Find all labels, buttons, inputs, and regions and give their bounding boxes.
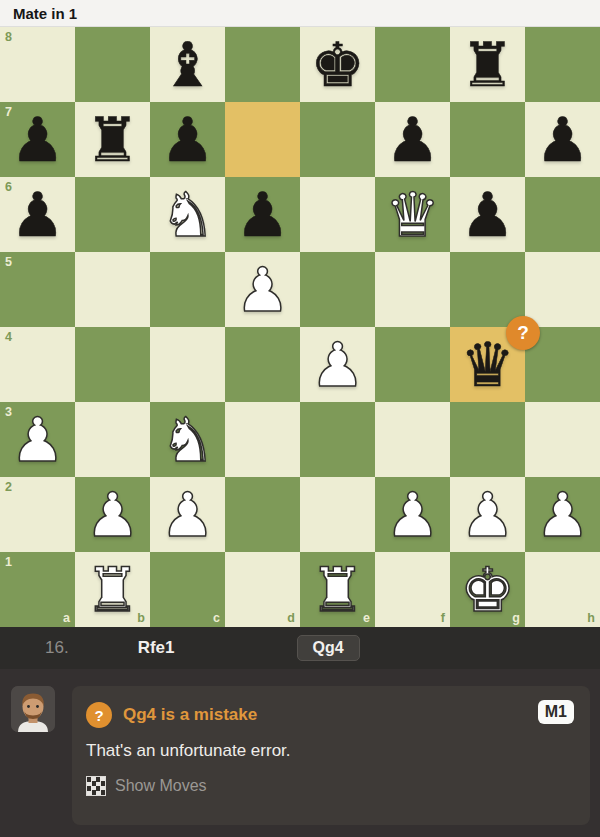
file-label: a [63,611,70,625]
square-e2[interactable] [300,477,375,552]
piece-black-bishop[interactable]: ♝ [150,27,225,102]
piece-white-pawn[interactable]: ♟ [225,252,300,327]
file-label: f [441,611,445,625]
square-e1[interactable]: e♜ [300,552,375,627]
piece-black-pawn[interactable]: ♟ [375,102,450,177]
square-f5[interactable] [375,252,450,327]
piece-black-pawn[interactable]: ♟ [0,102,75,177]
square-e8[interactable]: ♚ [300,27,375,102]
square-h1[interactable]: h [525,552,600,627]
square-a8[interactable]: 8 [0,27,75,102]
piece-white-rook[interactable]: ♜ [300,552,375,627]
square-d2[interactable] [225,477,300,552]
piece-black-rook[interactable]: ♜ [450,27,525,102]
square-b2[interactable]: ♟ [75,477,150,552]
square-f1[interactable]: f [375,552,450,627]
chess-board[interactable]: ? 8♝♚♜7♟♜♟♟♟6♟♞♟♛♟5♟4♟♛3♟♞2♟♟♟♟♟1ab♜cde♜… [0,27,600,627]
square-f8[interactable] [375,27,450,102]
square-g8[interactable]: ♜ [450,27,525,102]
square-b6[interactable] [75,177,150,252]
square-e6[interactable] [300,177,375,252]
square-f6[interactable]: ♛ [375,177,450,252]
show-moves-label: Show Moves [115,777,207,795]
square-h2[interactable]: ♟ [525,477,600,552]
square-a5[interactable]: 5 [0,252,75,327]
square-d8[interactable] [225,27,300,102]
square-e7[interactable] [300,102,375,177]
white-move[interactable]: Rfe1 [138,638,175,658]
square-b4[interactable] [75,327,150,402]
square-h7[interactable]: ♟ [525,102,600,177]
black-move-chip[interactable]: Qg4 [297,635,360,661]
question-icon: ? [86,702,112,728]
square-h3[interactable] [525,402,600,477]
piece-white-pawn[interactable]: ♟ [450,477,525,552]
square-h8[interactable] [525,27,600,102]
comment-text: That's an unfortunate error. [86,741,574,761]
square-h6[interactable] [525,177,600,252]
show-moves-button[interactable]: Show Moves [86,776,574,796]
square-h5[interactable] [525,252,600,327]
square-b5[interactable] [75,252,150,327]
square-d6[interactable]: ♟ [225,177,300,252]
square-g1[interactable]: g♚ [450,552,525,627]
square-d3[interactable] [225,402,300,477]
square-g6[interactable]: ♟ [450,177,525,252]
piece-black-pawn[interactable]: ♟ [525,102,600,177]
square-d7[interactable] [225,102,300,177]
piece-white-pawn[interactable]: ♟ [525,477,600,552]
piece-white-knight[interactable]: ♞ [150,177,225,252]
square-f4[interactable] [375,327,450,402]
piece-white-king[interactable]: ♚ [450,552,525,627]
square-a7[interactable]: 7♟ [0,102,75,177]
checkerboard-icon [86,776,106,796]
square-g5[interactable] [450,252,525,327]
square-g7[interactable] [450,102,525,177]
square-d5[interactable]: ♟ [225,252,300,327]
square-f7[interactable]: ♟ [375,102,450,177]
piece-black-pawn[interactable]: ♟ [450,177,525,252]
piece-white-pawn[interactable]: ♟ [0,402,75,477]
square-b7[interactable]: ♜ [75,102,150,177]
comment-card-header: ? Qg4 is a mistake M1 [86,702,574,728]
square-b1[interactable]: b♜ [75,552,150,627]
square-d4[interactable] [225,327,300,402]
rank-label: 8 [5,30,12,44]
square-c2[interactable]: ♟ [150,477,225,552]
piece-black-king[interactable]: ♚ [300,27,375,102]
rank-label: 2 [5,480,12,494]
question-mark: ? [517,322,529,344]
square-a4[interactable]: 4 [0,327,75,402]
piece-black-rook[interactable]: ♜ [75,102,150,177]
square-c5[interactable] [150,252,225,327]
file-label: c [213,611,220,625]
square-e5[interactable] [300,252,375,327]
piece-white-pawn[interactable]: ♟ [75,477,150,552]
mate-in-badge: M1 [538,700,574,724]
piece-white-rook[interactable]: ♜ [75,552,150,627]
file-label: h [587,611,595,625]
comment-card: ? Qg4 is a mistake M1 That's an unfortun… [72,686,590,825]
coach-avatar-image [11,686,55,732]
square-c8[interactable]: ♝ [150,27,225,102]
square-g2[interactable]: ♟ [450,477,525,552]
file-label: d [287,611,295,625]
square-a1[interactable]: 1a [0,552,75,627]
puzzle-title-bar: Mate in 1 [0,0,600,27]
square-a3[interactable]: 3♟ [0,402,75,477]
square-d1[interactable]: d [225,552,300,627]
square-f3[interactable] [375,402,450,477]
square-a6[interactable]: 6♟ [0,177,75,252]
piece-black-pawn[interactable]: ♟ [225,177,300,252]
square-c3[interactable]: ♞ [150,402,225,477]
square-c4[interactable] [150,327,225,402]
puzzle-title: Mate in 1 [13,5,77,22]
square-e3[interactable] [300,402,375,477]
square-f2[interactable]: ♟ [375,477,450,552]
square-c7[interactable]: ♟ [150,102,225,177]
square-e4[interactable]: ♟ [300,327,375,402]
square-g3[interactable] [450,402,525,477]
rank-label: 1 [5,555,12,569]
piece-white-pawn[interactable]: ♟ [375,477,450,552]
square-a2[interactable]: 2 [0,477,75,552]
rank-label: 5 [5,255,12,269]
piece-black-pawn[interactable]: ♟ [150,102,225,177]
piece-white-pawn[interactable]: ♟ [150,477,225,552]
piece-white-pawn[interactable]: ♟ [300,327,375,402]
square-c6[interactable]: ♞ [150,177,225,252]
piece-black-pawn[interactable]: ♟ [0,177,75,252]
coach-panel: ? Qg4 is a mistake M1 That's an unfortun… [0,669,600,837]
mistake-title: Qg4 is a mistake [123,705,257,725]
square-b8[interactable] [75,27,150,102]
move-number: 16. [45,638,69,658]
square-c1[interactable]: c [150,552,225,627]
coach-avatar [11,686,55,732]
rank-label: 4 [5,330,12,344]
piece-white-queen[interactable]: ♛ [375,177,450,252]
piece-white-knight[interactable]: ♞ [150,402,225,477]
move-list-bar: 16. Rfe1 Qg4 [0,627,600,669]
mistake-badge: ? [506,316,540,350]
square-b3[interactable] [75,402,150,477]
question-icon-glyph: ? [94,707,103,724]
